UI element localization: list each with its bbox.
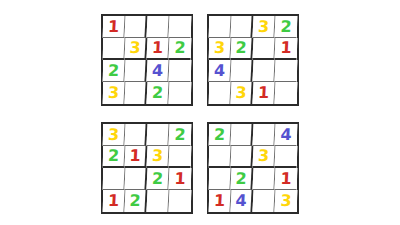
sudoku-cell-r2c2: 2 [230, 38, 253, 60]
sudoku-cell-r2c3: 3 [252, 146, 275, 168]
sudoku-cell-r2c4 [274, 146, 297, 168]
sudoku-cell-r4c3: 2 [146, 82, 169, 104]
sudoku-cell-r1c1 [208, 16, 231, 38]
sudoku-cell-r3c4 [274, 60, 297, 82]
sudoku-cell-r2c2: 1 [124, 146, 147, 168]
sudoku-cell-r3c2 [124, 168, 147, 190]
sudoku-cell-r4c2 [124, 82, 147, 104]
sudoku-cell-r2c3 [252, 38, 275, 60]
sudoku-cell-r2c1: 2 [102, 146, 125, 168]
sudoku-cell-r2c1: 3 [208, 38, 231, 60]
sudoku-cell-r1c4: 4 [274, 124, 297, 146]
sudoku-cell-r3c2 [124, 60, 147, 82]
sudoku-cell-r1c1: 3 [102, 124, 125, 146]
worksheet-canvas: 13122432 32321431 322132112 24321143 [0, 0, 400, 225]
sudoku-cell-r1c3: 3 [252, 16, 275, 38]
sudoku-cell-r1c2 [230, 124, 253, 146]
sudoku-cell-r2c2: 3 [124, 38, 147, 60]
sudoku-cell-r2c1 [208, 146, 231, 168]
sudoku-cell-r1c1: 1 [102, 16, 125, 38]
sudoku-board-top-left: 13122432 [101, 14, 193, 106]
sudoku-cell-r3c2 [230, 60, 253, 82]
sudoku-board-top-right: 32321431 [207, 14, 299, 106]
sudoku-cell-r3c1: 2 [102, 60, 125, 82]
sudoku-cell-r4c1: 3 [102, 82, 125, 104]
sudoku-cell-r1c3 [252, 124, 275, 146]
sudoku-cell-r2c3: 1 [146, 38, 169, 60]
sudoku-cell-r1c2 [124, 124, 147, 146]
sudoku-cell-r3c4: 1 [274, 168, 297, 190]
sudoku-cell-r1c2 [124, 16, 147, 38]
sudoku-cell-r3c3: 4 [146, 60, 169, 82]
sudoku-board-bottom-right: 24321143 [207, 122, 299, 214]
sudoku-cell-r4c4: 3 [274, 190, 297, 212]
sudoku-cell-r4c4 [168, 190, 191, 212]
sudoku-cell-r1c3 [146, 124, 169, 146]
sudoku-cell-r3c4: 1 [168, 168, 191, 190]
sudoku-cell-r4c3 [146, 190, 169, 212]
sudoku-cell-r4c3 [252, 190, 275, 212]
sudoku-cell-r2c4 [168, 146, 191, 168]
sudoku-cell-r2c2 [230, 146, 253, 168]
sudoku-cell-r1c1: 2 [208, 124, 231, 146]
sudoku-cell-r3c2: 2 [230, 168, 253, 190]
sudoku-cell-r1c4: 2 [168, 124, 191, 146]
sudoku-cell-r3c1 [102, 168, 125, 190]
sudoku-cell-r1c2 [230, 16, 253, 38]
sudoku-cell-r3c3 [252, 168, 275, 190]
sudoku-cell-r2c4: 2 [168, 38, 191, 60]
sudoku-cell-r3c3 [252, 60, 275, 82]
sudoku-cell-r3c1: 4 [208, 60, 231, 82]
sudoku-cell-r4c1: 1 [208, 190, 231, 212]
sudoku-cell-r2c3: 3 [146, 146, 169, 168]
sudoku-cell-r4c4 [274, 82, 297, 104]
sudoku-cell-r3c3: 2 [146, 168, 169, 190]
sudoku-cell-r4c4 [168, 82, 191, 104]
sudoku-cell-r1c3 [146, 16, 169, 38]
sudoku-cell-r2c1 [102, 38, 125, 60]
sudoku-cell-r4c2: 4 [230, 190, 253, 212]
sudoku-cell-r2c4: 1 [274, 38, 297, 60]
sudoku-cell-r3c1 [208, 168, 231, 190]
sudoku-cell-r3c4 [168, 60, 191, 82]
sudoku-cell-r4c2: 3 [230, 82, 253, 104]
sudoku-cell-r1c4 [168, 16, 191, 38]
sudoku-cell-r1c4: 2 [274, 16, 297, 38]
sudoku-cell-r4c3: 1 [252, 82, 275, 104]
sudoku-cell-r4c1: 1 [102, 190, 125, 212]
sudoku-cell-r4c2: 2 [124, 190, 147, 212]
sudoku-board-bottom-left: 322132112 [101, 122, 193, 214]
sudoku-cell-r4c1 [208, 82, 231, 104]
